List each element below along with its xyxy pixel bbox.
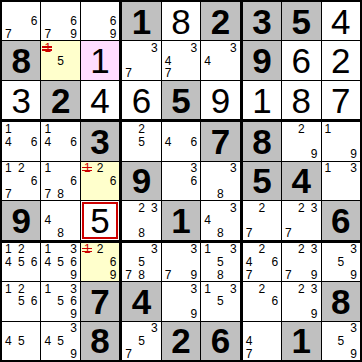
given-digit: 2 — [211, 4, 230, 39]
candidate-4: 4 — [243, 334, 256, 347]
empty-candidate-slot — [334, 162, 347, 175]
empty-candidate-slot — [122, 214, 135, 227]
empty-candidate-slot — [282, 282, 295, 295]
cell-r3c1[interactable]: 3 — [2, 81, 40, 119]
empty-candidate-slot — [243, 322, 256, 335]
cell-r7c7[interactable]: 2467 — [243, 243, 281, 281]
solved-digit: 1 — [252, 83, 271, 118]
empty-candidate-slot — [268, 268, 281, 281]
cell-r4c7[interactable]: 8 — [243, 122, 281, 160]
empty-candidate-slot — [162, 295, 175, 308]
candidate-7: 7 — [282, 227, 295, 240]
candidate-grid: 67 — [2, 2, 40, 40]
empty-candidate-slot — [322, 148, 335, 161]
candidate-grid: 357 — [122, 322, 160, 360]
candidate-8: 8 — [214, 227, 227, 240]
empty-candidate-slot — [322, 187, 335, 200]
cell-r8c5[interactable]: 39 — [162, 282, 200, 320]
empty-candidate-slot — [41, 322, 54, 335]
empty-candidate-slot — [201, 255, 214, 268]
candidate-3: 3 — [187, 243, 200, 256]
cell-r5c7[interactable]: 5 — [243, 162, 281, 200]
empty-candidate-slot — [162, 255, 175, 268]
cell-r3c3[interactable]: 4 — [81, 81, 119, 119]
cell-r6c2[interactable]: 48 — [41, 201, 79, 239]
cell-r5c3[interactable]: 126 — [81, 162, 119, 200]
cell-r4c9[interactable]: 19 — [322, 122, 360, 160]
candidate-9: 9 — [67, 28, 80, 41]
empty-candidate-slot — [148, 67, 161, 80]
given-digit: 5 — [252, 163, 271, 198]
candidate-2: 2 — [295, 122, 308, 135]
cell-r9c6[interactable]: 6 — [201, 322, 239, 360]
empty-candidate-slot — [282, 122, 295, 135]
empty-candidate-slot — [81, 2, 94, 15]
candidate-5: 5 — [135, 255, 148, 268]
candidate-4: 4 — [201, 54, 214, 67]
candidate-1: 1 — [41, 243, 54, 256]
cell-r5c4[interactable]: 9 — [122, 162, 160, 200]
empty-candidate-slot — [243, 282, 256, 295]
empty-candidate-slot — [148, 227, 161, 240]
empty-candidate-slot — [308, 255, 321, 268]
empty-candidate-slot — [175, 187, 188, 200]
cell-r1c7[interactable]: 3 — [243, 2, 281, 40]
empty-candidate-slot — [201, 295, 214, 308]
cell-r4c8[interactable]: 29 — [282, 122, 320, 160]
empty-candidate-slot — [268, 227, 281, 240]
box-9: 24672379359262398471359 — [243, 243, 360, 360]
empty-candidate-slot — [347, 187, 360, 200]
empty-candidate-slot — [282, 214, 295, 227]
candidate-3: 3 — [67, 243, 80, 256]
cell-r3c4[interactable]: 6 — [122, 81, 160, 119]
empty-candidate-slot — [175, 308, 188, 321]
empty-candidate-slot — [81, 15, 94, 28]
cell-r5c1[interactable]: 1267 — [2, 162, 40, 200]
candidate-grid: 26 — [243, 282, 281, 320]
candidate-grid: 239 — [282, 282, 320, 320]
cell-r7c9[interactable]: 359 — [322, 243, 360, 281]
cell-r7c5[interactable]: 379 — [162, 243, 200, 281]
empty-candidate-slot — [201, 308, 214, 321]
empty-candidate-slot — [54, 322, 67, 335]
candidate-grid: 38 — [201, 162, 239, 200]
candidate-grid: 36 — [162, 162, 200, 200]
empty-candidate-slot — [135, 41, 148, 54]
candidate-2: 2 — [255, 282, 268, 295]
candidate-7: 7 — [41, 28, 54, 41]
empty-candidate-slot — [94, 255, 107, 268]
empty-candidate-slot — [187, 187, 200, 200]
empty-candidate-slot — [54, 122, 67, 135]
empty-candidate-slot — [334, 135, 347, 148]
candidate-3: 3 — [148, 41, 161, 54]
empty-candidate-slot — [162, 148, 175, 161]
empty-candidate-slot — [334, 122, 347, 135]
cell-r4c6[interactable]: 7 — [201, 122, 239, 160]
empty-candidate-slot — [255, 322, 268, 335]
empty-candidate-slot — [187, 122, 200, 135]
cell-r3c7[interactable]: 1 — [243, 81, 281, 119]
empty-candidate-slot — [122, 322, 135, 335]
empty-candidate-slot — [54, 282, 67, 295]
cell-r3c8[interactable]: 8 — [282, 81, 320, 119]
cell-r2c6[interactable]: 34 — [201, 41, 239, 79]
candidate-3: 3 — [148, 243, 161, 256]
empty-candidate-slot — [255, 268, 268, 281]
cell-r3c6[interactable]: 9 — [201, 81, 239, 119]
candidate-5: 5 — [135, 135, 148, 148]
cell-r1c5[interactable]: 8 — [162, 2, 200, 40]
candidate-grid: 347 — [162, 41, 200, 79]
solved-digit: 4 — [90, 83, 109, 118]
empty-candidate-slot — [54, 201, 67, 214]
sudoku-board: 6767969815132418237347346593549621871461… — [0, 0, 362, 362]
empty-candidate-slot — [107, 2, 120, 15]
empty-candidate-slot — [135, 67, 148, 80]
candidate-7: 7 — [243, 347, 256, 360]
candidate-2: 2 — [15, 243, 28, 256]
cell-r9c7[interactable]: 47 — [243, 322, 281, 360]
solved-digit: 5 — [90, 203, 109, 238]
candidate-7: 7 — [122, 67, 135, 80]
cell-r9c8[interactable]: 1 — [282, 322, 320, 360]
empty-candidate-slot — [175, 282, 188, 295]
empty-candidate-slot — [54, 308, 67, 321]
empty-candidate-slot — [334, 322, 347, 335]
cell-r5c6[interactable]: 38 — [201, 162, 239, 200]
given-digit: 1 — [171, 203, 190, 238]
empty-candidate-slot — [308, 122, 321, 135]
empty-candidate-slot — [175, 67, 188, 80]
empty-candidate-slot — [15, 347, 28, 360]
cell-r1c4[interactable]: 1 — [122, 2, 160, 40]
empty-candidate-slot — [295, 255, 308, 268]
candidate-grid: 146 — [2, 122, 40, 160]
candidate-6: 6 — [67, 295, 80, 308]
cell-r7c8[interactable]: 2379 — [282, 243, 320, 281]
empty-candidate-slot — [122, 243, 135, 256]
empty-candidate-slot — [255, 214, 268, 227]
empty-candidate-slot — [162, 308, 175, 321]
cell-r5c9[interactable]: 13 — [322, 162, 360, 200]
empty-candidate-slot — [15, 308, 28, 321]
given-digit: 6 — [331, 203, 350, 238]
candidate-8: 8 — [54, 227, 67, 240]
empty-candidate-slot — [2, 322, 15, 335]
cell-r4c2[interactable]: 146 — [41, 122, 79, 160]
cell-r8c3[interactable]: 7 — [81, 282, 119, 320]
empty-candidate-slot — [54, 347, 67, 360]
candidate-4: 4 — [2, 255, 15, 268]
empty-candidate-slot — [41, 201, 54, 214]
cell-r6c1[interactable]: 9 — [2, 201, 40, 239]
empty-candidate-slot — [28, 282, 41, 295]
cell-r2c7[interactable]: 9 — [243, 41, 281, 79]
empty-candidate-slot — [175, 295, 188, 308]
empty-candidate-slot — [187, 67, 200, 80]
empty-candidate-slot — [148, 148, 161, 161]
candidate-grid: 238 — [122, 201, 160, 239]
empty-candidate-slot — [28, 268, 41, 281]
cell-r2c4[interactable]: 37 — [122, 41, 160, 79]
candidate-6: 6 — [268, 295, 281, 308]
cell-r9c9[interactable]: 359 — [322, 322, 360, 360]
candidate-6: 6 — [28, 175, 41, 188]
empty-candidate-slot — [41, 2, 54, 15]
cell-r8c8[interactable]: 239 — [282, 282, 320, 320]
empty-candidate-slot — [268, 214, 281, 227]
solved-digit: 6 — [292, 43, 311, 78]
empty-candidate-slot — [15, 28, 28, 41]
candidate-4: 4 — [41, 135, 54, 148]
candidate-1: 1 — [2, 122, 15, 135]
cell-r8c6[interactable]: 135 — [201, 282, 239, 320]
cell-r1c9[interactable]: 4 — [322, 2, 360, 40]
candidate-6: 6 — [67, 255, 80, 268]
candidate-6: 6 — [107, 15, 120, 28]
empty-candidate-slot — [268, 308, 281, 321]
candidate-3: 3 — [187, 162, 200, 175]
cell-r2c3[interactable]: 1 — [81, 41, 119, 79]
candidate-grid: 134569 — [41, 243, 79, 281]
candidate-3: 3 — [148, 201, 161, 214]
cell-r2c8[interactable]: 6 — [282, 41, 320, 79]
empty-candidate-slot — [201, 67, 214, 80]
empty-candidate-slot — [2, 148, 15, 161]
candidate-6: 6 — [187, 175, 200, 188]
candidate-grid: 15 — [41, 41, 79, 79]
cell-r6c5[interactable]: 1 — [162, 201, 200, 239]
candidate-3: 3 — [227, 243, 240, 256]
empty-candidate-slot — [227, 308, 240, 321]
cell-r4c5[interactable]: 46 — [162, 122, 200, 160]
cell-r7c4[interactable]: 3578 — [122, 243, 160, 281]
empty-candidate-slot — [15, 122, 28, 135]
candidate-6: 6 — [107, 255, 120, 268]
solved-digit: 2 — [331, 43, 350, 78]
cell-r9c3[interactable]: 8 — [81, 322, 119, 360]
empty-candidate-slot — [282, 255, 295, 268]
candidate-4: 4 — [162, 135, 175, 148]
cell-r6c9[interactable]: 6 — [322, 201, 360, 239]
empty-candidate-slot — [107, 162, 120, 175]
empty-candidate-slot — [214, 201, 227, 214]
cell-r2c9[interactable]: 2 — [322, 41, 360, 79]
empty-candidate-slot — [227, 214, 240, 227]
empty-candidate-slot — [255, 255, 268, 268]
solved-digit: 4 — [331, 4, 350, 39]
empty-candidate-slot — [54, 28, 67, 41]
empty-candidate-slot — [67, 334, 80, 347]
empty-candidate-slot — [175, 54, 188, 67]
cell-r7c3[interactable]: 1269 — [81, 243, 119, 281]
empty-candidate-slot — [41, 148, 54, 161]
candidate-9: 9 — [187, 308, 200, 321]
empty-candidate-slot — [214, 282, 227, 295]
cell-r8c2[interactable]: 13569 — [41, 282, 79, 320]
empty-candidate-slot — [122, 135, 135, 148]
cell-r1c6[interactable]: 2 — [201, 2, 239, 40]
candidate-1: 1 — [41, 122, 54, 135]
cell-r8c1[interactable]: 1256 — [2, 282, 40, 320]
candidate-grid: 13569 — [41, 282, 79, 320]
empty-candidate-slot — [28, 243, 41, 256]
cell-r9c5[interactable]: 2 — [162, 322, 200, 360]
empty-candidate-slot — [227, 295, 240, 308]
cell-r2c2[interactable]: 15 — [41, 41, 79, 79]
empty-candidate-slot — [268, 243, 281, 256]
empty-candidate-slot — [295, 148, 308, 161]
cell-r2c5[interactable]: 347 — [162, 41, 200, 79]
empty-candidate-slot — [214, 162, 227, 175]
empty-candidate-slot — [122, 148, 135, 161]
cell-r6c3[interactable]: 5 — [81, 201, 119, 239]
empty-candidate-slot — [54, 15, 67, 28]
cell-r8c4[interactable]: 4 — [122, 282, 160, 320]
cell-r1c3[interactable]: 69 — [81, 2, 119, 40]
cell-r6c4[interactable]: 238 — [122, 201, 160, 239]
empty-candidate-slot — [107, 187, 120, 200]
given-digit: 8 — [331, 284, 350, 319]
candidate-3: 3 — [308, 243, 321, 256]
cell-r9c4[interactable]: 357 — [122, 322, 160, 360]
candidate-grid: 2379 — [282, 243, 320, 281]
candidate-grid: 46 — [162, 122, 200, 160]
solved-digit: 1 — [90, 43, 109, 78]
empty-candidate-slot — [81, 187, 94, 200]
empty-candidate-slot — [322, 175, 335, 188]
cell-r5c2[interactable]: 1678 — [41, 162, 79, 200]
cell-r1c8[interactable]: 5 — [282, 2, 320, 40]
candidate-9: 9 — [187, 268, 200, 281]
empty-candidate-slot — [322, 347, 335, 360]
cell-r6c7[interactable]: 27 — [243, 201, 281, 239]
empty-candidate-slot — [201, 175, 214, 188]
candidate-grid: 1269 — [81, 243, 119, 281]
empty-candidate-slot — [322, 322, 335, 335]
empty-candidate-slot — [227, 227, 240, 240]
cell-r6c8[interactable]: 237 — [282, 201, 320, 239]
candidate-9: 9 — [308, 308, 321, 321]
candidate-2: 2 — [255, 201, 268, 214]
cell-r3c9[interactable]: 7 — [322, 81, 360, 119]
empty-candidate-slot — [322, 243, 335, 256]
cell-r8c7[interactable]: 26 — [243, 282, 281, 320]
empty-candidate-slot — [2, 15, 15, 28]
candidate-7: 7 — [243, 268, 256, 281]
empty-candidate-slot — [162, 243, 175, 256]
candidate-grid: 359 — [322, 243, 360, 281]
candidate-6: 6 — [67, 175, 80, 188]
candidate-2: 2 — [94, 162, 107, 175]
candidate-grid: 19 — [322, 122, 360, 160]
cell-r4c4[interactable]: 25 — [122, 122, 160, 160]
candidate-3: 3 — [67, 282, 80, 295]
cell-r1c2[interactable]: 679 — [41, 2, 79, 40]
empty-candidate-slot — [227, 268, 240, 281]
empty-candidate-slot — [122, 334, 135, 347]
empty-candidate-slot — [54, 243, 67, 256]
cell-r3c5[interactable]: 5 — [162, 81, 200, 119]
empty-candidate-slot — [214, 67, 227, 80]
cell-r5c5[interactable]: 36 — [162, 162, 200, 200]
empty-candidate-slot — [201, 268, 214, 281]
empty-candidate-slot — [54, 41, 67, 54]
cell-r2c1[interactable]: 8 — [2, 41, 40, 79]
cell-r6c6[interactable]: 348 — [201, 201, 239, 239]
candidate-9: 9 — [107, 268, 120, 281]
empty-candidate-slot — [322, 255, 335, 268]
empty-candidate-slot — [282, 308, 295, 321]
empty-candidate-slot — [334, 268, 347, 281]
empty-candidate-slot — [148, 347, 161, 360]
box-4: 1461463126716781269485 — [2, 122, 119, 239]
cell-r4c3[interactable]: 3 — [81, 122, 119, 160]
solved-digit: 8 — [171, 4, 190, 39]
candidate-1: 1 — [201, 243, 214, 256]
candidate-7: 7 — [41, 187, 54, 200]
candidate-grid: 379 — [162, 243, 200, 281]
candidate-6: 6 — [28, 135, 41, 148]
box-3: 354962187 — [243, 2, 360, 119]
candidate-4: 4 — [41, 334, 54, 347]
cell-r9c2[interactable]: 3459 — [41, 322, 79, 360]
candidate-2: 2 — [295, 243, 308, 256]
empty-candidate-slot — [94, 268, 107, 281]
cell-r7c6[interactable]: 1358 — [201, 243, 239, 281]
empty-candidate-slot — [122, 227, 135, 240]
cell-r3c2[interactable]: 2 — [41, 81, 79, 119]
candidate-5: 5 — [334, 255, 347, 268]
candidate-1: 1 — [2, 162, 15, 175]
empty-candidate-slot — [175, 148, 188, 161]
empty-candidate-slot — [201, 187, 214, 200]
candidate-grid: 135 — [201, 282, 239, 320]
given-digit: 9 — [11, 203, 30, 238]
candidate-5: 5 — [54, 334, 67, 347]
cell-r5c8[interactable]: 4 — [282, 162, 320, 200]
candidate-2: 2 — [135, 122, 148, 135]
empty-candidate-slot — [15, 187, 28, 200]
empty-candidate-slot — [268, 322, 281, 335]
cell-r7c2[interactable]: 134569 — [41, 243, 79, 281]
empty-candidate-slot — [15, 322, 28, 335]
eliminated-candidate-1: 1 — [81, 243, 94, 256]
empty-candidate-slot — [28, 187, 41, 200]
empty-candidate-slot — [347, 175, 360, 188]
candidate-9: 9 — [347, 268, 360, 281]
empty-candidate-slot — [41, 347, 54, 360]
empty-candidate-slot — [28, 2, 41, 15]
candidate-1: 1 — [41, 162, 54, 175]
cell-r8c9[interactable]: 8 — [322, 282, 360, 320]
empty-candidate-slot — [54, 148, 67, 161]
cell-r4c1[interactable]: 146 — [2, 122, 40, 160]
candidate-3: 3 — [187, 282, 200, 295]
cell-r1c1[interactable]: 67 — [2, 2, 40, 40]
cell-r9c1[interactable]: 45 — [2, 322, 40, 360]
empty-candidate-slot — [94, 175, 107, 188]
empty-candidate-slot — [41, 54, 54, 67]
candidate-8: 8 — [54, 187, 67, 200]
cell-r7c1[interactable]: 12456 — [2, 243, 40, 281]
empty-candidate-slot — [2, 295, 15, 308]
empty-candidate-slot — [347, 255, 360, 268]
given-digit: 6 — [211, 323, 230, 358]
empty-candidate-slot — [214, 243, 227, 256]
